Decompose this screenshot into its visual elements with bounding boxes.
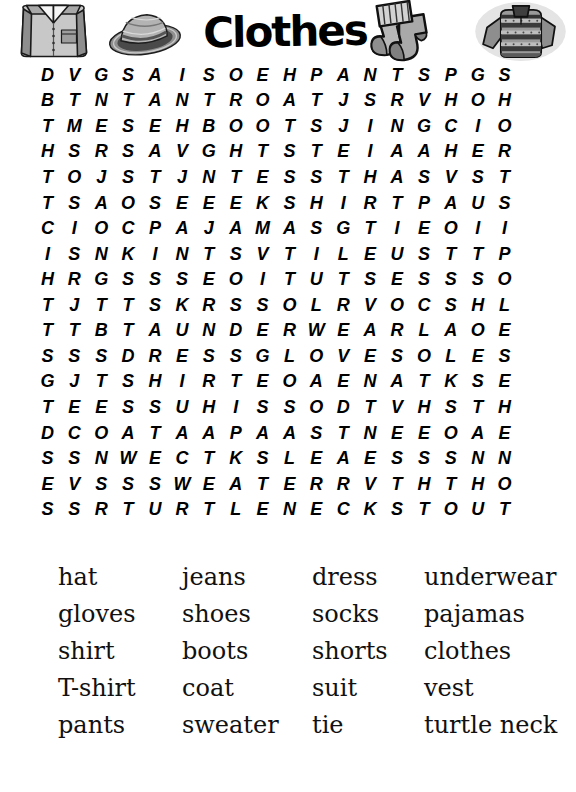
grid-cell[interactable]: E xyxy=(464,139,491,165)
grid-cell[interactable]: T xyxy=(115,88,142,114)
grid-cell[interactable]: S xyxy=(115,62,142,88)
grid-cell[interactable]: E xyxy=(357,445,384,471)
grid-cell[interactable]: S xyxy=(61,190,88,216)
grid-cell[interactable]: A xyxy=(195,420,222,446)
grid-cell[interactable]: L xyxy=(222,496,249,522)
grid-cell[interactable]: A xyxy=(276,215,303,241)
grid-cell[interactable]: T xyxy=(303,139,330,165)
grid-cell[interactable]: S xyxy=(142,292,169,318)
word-list-item[interactable]: coat xyxy=(182,669,279,706)
grid-cell[interactable]: E xyxy=(249,369,276,395)
grid-cell[interactable]: C xyxy=(34,215,61,241)
grid-cell[interactable]: S xyxy=(61,241,88,267)
grid-cell[interactable]: H xyxy=(168,113,195,139)
grid-cell[interactable]: D xyxy=(34,62,61,88)
grid-cell[interactable]: S xyxy=(464,369,491,395)
grid-cell[interactable]: S xyxy=(410,62,437,88)
grid-cell[interactable]: A xyxy=(410,139,437,165)
grid-cell[interactable]: H xyxy=(303,190,330,216)
grid-cell[interactable]: N xyxy=(88,88,115,114)
grid-cell[interactable]: S xyxy=(491,62,518,88)
grid-cell[interactable]: E xyxy=(88,113,115,139)
grid-cell[interactable]: N xyxy=(168,88,195,114)
grid-cell[interactable]: I xyxy=(357,139,384,165)
grid-cell[interactable]: T xyxy=(384,190,411,216)
grid-cell[interactable]: S xyxy=(195,343,222,369)
grid-cell[interactable]: T xyxy=(464,241,491,267)
grid-cell[interactable]: E xyxy=(357,343,384,369)
grid-cell[interactable]: S xyxy=(222,241,249,267)
grid-cell[interactable]: V xyxy=(437,164,464,190)
grid-cell[interactable]: S xyxy=(303,164,330,190)
grid-cell[interactable]: O xyxy=(222,113,249,139)
grid-cell[interactable]: O xyxy=(88,215,115,241)
grid-cell[interactable]: S xyxy=(303,420,330,446)
grid-cell[interactable]: I xyxy=(330,190,357,216)
grid-cell[interactable]: T xyxy=(195,241,222,267)
grid-cell[interactable]: T xyxy=(115,292,142,318)
grid-cell[interactable]: O xyxy=(222,62,249,88)
grid-cell[interactable]: G xyxy=(330,215,357,241)
grid-cell[interactable]: T xyxy=(34,394,61,420)
grid-cell[interactable]: N xyxy=(357,420,384,446)
grid-cell[interactable]: A xyxy=(464,420,491,446)
grid-cell[interactable]: E xyxy=(410,420,437,446)
grid-cell[interactable]: G xyxy=(410,113,437,139)
grid-cell[interactable]: O xyxy=(437,496,464,522)
grid-cell[interactable]: A xyxy=(249,420,276,446)
grid-cell[interactable]: J xyxy=(88,164,115,190)
grid-cell[interactable]: T xyxy=(357,394,384,420)
grid-cell[interactable]: R xyxy=(491,139,518,165)
grid-cell[interactable]: O xyxy=(464,88,491,114)
grid-cell[interactable]: I xyxy=(168,369,195,395)
grid-cell[interactable]: H xyxy=(491,88,518,114)
grid-cell[interactable]: H xyxy=(410,394,437,420)
grid-cell[interactable]: R xyxy=(88,496,115,522)
grid-cell[interactable]: T xyxy=(410,369,437,395)
grid-cell[interactable]: U xyxy=(168,318,195,344)
grid-cell[interactable]: U xyxy=(142,496,169,522)
grid-cell[interactable]: T xyxy=(195,496,222,522)
grid-cell[interactable]: B xyxy=(195,113,222,139)
grid-cell[interactable]: B xyxy=(88,318,115,344)
grid-cell[interactable]: H xyxy=(195,394,222,420)
grid-cell[interactable]: S xyxy=(491,343,518,369)
grid-cell[interactable]: C xyxy=(330,496,357,522)
grid-cell[interactable]: T xyxy=(115,318,142,344)
grid-cell[interactable]: A xyxy=(437,190,464,216)
grid-cell[interactable]: T xyxy=(195,88,222,114)
grid-cell[interactable]: R xyxy=(330,292,357,318)
word-list-item[interactable]: boots xyxy=(182,632,279,669)
grid-cell[interactable]: T xyxy=(384,471,411,497)
grid-cell[interactable]: S xyxy=(491,190,518,216)
grid-cell[interactable]: S xyxy=(115,113,142,139)
grid-cell[interactable]: H xyxy=(437,139,464,165)
word-list-item[interactable]: dress xyxy=(312,558,388,595)
grid-cell[interactable]: R xyxy=(195,292,222,318)
grid-cell[interactable]: S xyxy=(222,343,249,369)
grid-cell[interactable]: O xyxy=(491,113,518,139)
grid-cell[interactable]: T xyxy=(34,164,61,190)
grid-cell[interactable]: A xyxy=(384,369,411,395)
grid-cell[interactable]: O xyxy=(491,266,518,292)
grid-cell[interactable]: R xyxy=(142,343,169,369)
grid-cell[interactable]: S xyxy=(34,496,61,522)
grid-cell[interactable]: A xyxy=(222,215,249,241)
grid-cell[interactable]: O xyxy=(491,471,518,497)
grid-cell[interactable]: N xyxy=(464,445,491,471)
grid-cell[interactable]: T xyxy=(276,266,303,292)
grid-cell[interactable]: S xyxy=(357,266,384,292)
grid-cell[interactable]: I xyxy=(142,241,169,267)
grid-cell[interactable]: S xyxy=(61,343,88,369)
grid-cell[interactable]: A xyxy=(222,471,249,497)
grid-cell[interactable]: P xyxy=(303,62,330,88)
grid-cell[interactable]: T xyxy=(34,292,61,318)
grid-cell[interactable]: R xyxy=(222,88,249,114)
grid-cell[interactable]: S xyxy=(115,471,142,497)
grid-cell[interactable]: G xyxy=(249,343,276,369)
word-list-item[interactable]: sweater xyxy=(182,706,279,743)
grid-cell[interactable]: U xyxy=(168,394,195,420)
word-list-item[interactable]: tie xyxy=(312,706,388,743)
grid-cell[interactable]: J xyxy=(61,369,88,395)
grid-cell[interactable]: E xyxy=(195,266,222,292)
grid-cell[interactable]: S xyxy=(276,190,303,216)
grid-cell[interactable]: H xyxy=(464,471,491,497)
grid-cell[interactable]: E xyxy=(249,62,276,88)
grid-cell[interactable]: H xyxy=(410,471,437,497)
grid-cell[interactable]: T xyxy=(34,190,61,216)
grid-cell[interactable]: A xyxy=(115,420,142,446)
grid-cell[interactable]: I xyxy=(61,215,88,241)
grid-cell[interactable]: V xyxy=(410,88,437,114)
grid-cell[interactable]: E xyxy=(491,369,518,395)
word-list-item[interactable]: hat xyxy=(58,558,136,595)
grid-cell[interactable]: T xyxy=(491,496,518,522)
grid-cell[interactable]: R xyxy=(88,139,115,165)
grid-cell[interactable]: G xyxy=(88,62,115,88)
grid-cell[interactable]: S xyxy=(195,62,222,88)
grid-cell[interactable]: H xyxy=(437,88,464,114)
grid-cell[interactable]: N xyxy=(491,445,518,471)
grid-cell[interactable]: N xyxy=(384,113,411,139)
grid-cell[interactable]: A xyxy=(384,164,411,190)
grid-cell[interactable]: E xyxy=(142,445,169,471)
grid-cell[interactable]: S xyxy=(437,445,464,471)
grid-cell[interactable]: C xyxy=(61,420,88,446)
grid-cell[interactable]: E xyxy=(303,496,330,522)
grid-cell[interactable]: S xyxy=(88,343,115,369)
grid-cell[interactable]: O xyxy=(464,318,491,344)
grid-cell[interactable]: R xyxy=(330,471,357,497)
grid-cell[interactable]: S xyxy=(276,394,303,420)
grid-cell[interactable]: T xyxy=(464,394,491,420)
grid-cell[interactable]: N xyxy=(195,164,222,190)
grid-cell[interactable]: T xyxy=(384,62,411,88)
grid-cell[interactable]: A xyxy=(276,420,303,446)
grid-cell[interactable]: V xyxy=(168,139,195,165)
grid-cell[interactable]: N xyxy=(88,445,115,471)
grid-cell[interactable]: E xyxy=(34,471,61,497)
grid-cell[interactable]: A xyxy=(276,88,303,114)
grid-cell[interactable]: R xyxy=(384,318,411,344)
grid-cell[interactable]: O xyxy=(437,420,464,446)
grid-cell[interactable]: T xyxy=(276,113,303,139)
grid-cell[interactable]: B xyxy=(34,88,61,114)
grid-cell[interactable]: G xyxy=(88,266,115,292)
grid-cell[interactable]: S xyxy=(303,215,330,241)
grid-cell[interactable]: P xyxy=(142,215,169,241)
grid-cell[interactable]: O xyxy=(88,420,115,446)
grid-cell[interactable]: J xyxy=(330,113,357,139)
grid-cell[interactable]: P xyxy=(437,62,464,88)
grid-cell[interactable]: N xyxy=(357,369,384,395)
grid-cell[interactable]: D xyxy=(222,318,249,344)
grid-cell[interactable]: D xyxy=(330,394,357,420)
grid-cell[interactable]: N xyxy=(276,496,303,522)
grid-cell[interactable]: N xyxy=(195,318,222,344)
grid-cell[interactable]: M xyxy=(61,113,88,139)
grid-cell[interactable]: C xyxy=(410,292,437,318)
grid-cell[interactable]: E xyxy=(491,420,518,446)
grid-cell[interactable]: T xyxy=(222,164,249,190)
grid-cell[interactable]: S xyxy=(115,164,142,190)
grid-cell[interactable]: S xyxy=(410,164,437,190)
grid-cell[interactable]: E xyxy=(384,266,411,292)
grid-cell[interactable]: S xyxy=(410,266,437,292)
grid-cell[interactable]: S xyxy=(276,164,303,190)
grid-cell[interactable]: S xyxy=(303,113,330,139)
grid-cell[interactable]: N xyxy=(357,62,384,88)
grid-cell[interactable]: A xyxy=(303,369,330,395)
grid-cell[interactable]: T xyxy=(357,215,384,241)
word-list-item[interactable]: shoes xyxy=(182,595,279,632)
grid-cell[interactable]: A xyxy=(357,318,384,344)
grid-cell[interactable]: V xyxy=(357,471,384,497)
grid-cell[interactable]: L xyxy=(437,343,464,369)
grid-cell[interactable]: R xyxy=(303,471,330,497)
grid-cell[interactable]: W xyxy=(303,318,330,344)
grid-cell[interactable]: V xyxy=(249,241,276,267)
grid-cell[interactable]: U xyxy=(464,496,491,522)
grid-cell[interactable]: S xyxy=(249,292,276,318)
grid-cell[interactable]: T xyxy=(491,164,518,190)
word-list-item[interactable]: T-shirt xyxy=(58,669,136,706)
grid-cell[interactable]: T xyxy=(330,420,357,446)
grid-cell[interactable]: O xyxy=(384,292,411,318)
grid-cell[interactable]: L xyxy=(491,292,518,318)
grid-cell[interactable]: E xyxy=(384,420,411,446)
grid-cell[interactable]: T xyxy=(195,445,222,471)
grid-cell[interactable]: S xyxy=(437,394,464,420)
grid-cell[interactable]: A xyxy=(168,215,195,241)
word-list-item[interactable]: suit xyxy=(312,669,388,706)
grid-cell[interactable]: S xyxy=(437,266,464,292)
grid-cell[interactable]: S xyxy=(34,445,61,471)
word-list-item[interactable]: underwear xyxy=(424,558,557,595)
grid-cell[interactable]: E xyxy=(276,471,303,497)
word-list-item[interactable]: jeans xyxy=(182,558,279,595)
grid-cell[interactable]: T xyxy=(61,318,88,344)
grid-cell[interactable]: E xyxy=(249,164,276,190)
grid-cell[interactable]: V xyxy=(61,471,88,497)
grid-cell[interactable]: P xyxy=(222,420,249,446)
grid-cell[interactable]: H xyxy=(464,292,491,318)
grid-cell[interactable]: S xyxy=(222,292,249,318)
grid-cell[interactable]: H xyxy=(34,266,61,292)
word-list-item[interactable]: shorts xyxy=(312,632,388,669)
grid-cell[interactable]: S xyxy=(61,139,88,165)
grid-cell[interactable]: E xyxy=(168,190,195,216)
grid-cell[interactable]: S xyxy=(61,445,88,471)
grid-cell[interactable]: T xyxy=(88,369,115,395)
grid-cell[interactable]: J xyxy=(330,88,357,114)
grid-cell[interactable]: T xyxy=(330,164,357,190)
grid-cell[interactable]: S xyxy=(34,343,61,369)
grid-cell[interactable]: T xyxy=(276,241,303,267)
grid-cell[interactable]: E xyxy=(249,318,276,344)
grid-cell[interactable]: A xyxy=(142,88,169,114)
grid-cell[interactable]: T xyxy=(437,241,464,267)
grid-cell[interactable]: S xyxy=(168,266,195,292)
grid-cell[interactable]: K xyxy=(222,445,249,471)
grid-cell[interactable]: S xyxy=(115,369,142,395)
grid-cell[interactable]: K xyxy=(357,496,384,522)
grid-cell[interactable]: R xyxy=(195,369,222,395)
grid-cell[interactable]: T xyxy=(249,471,276,497)
grid-cell[interactable]: S xyxy=(88,471,115,497)
grid-cell[interactable]: O xyxy=(410,343,437,369)
grid-cell[interactable]: E xyxy=(195,190,222,216)
grid-cell[interactable]: K xyxy=(437,369,464,395)
grid-cell[interactable]: S xyxy=(464,164,491,190)
grid-cell[interactable]: O xyxy=(61,164,88,190)
grid-cell[interactable]: C xyxy=(115,215,142,241)
word-list-item[interactable]: pajamas xyxy=(424,595,557,632)
grid-cell[interactable]: H xyxy=(222,139,249,165)
grid-cell[interactable]: I xyxy=(357,113,384,139)
grid-cell[interactable]: U xyxy=(384,241,411,267)
grid-cell[interactable]: I xyxy=(491,215,518,241)
grid-cell[interactable]: S xyxy=(384,496,411,522)
grid-cell[interactable]: T xyxy=(61,88,88,114)
grid-cell[interactable]: S xyxy=(142,394,169,420)
grid-cell[interactable]: V xyxy=(357,292,384,318)
grid-cell[interactable]: S xyxy=(357,88,384,114)
grid-cell[interactable]: H xyxy=(34,139,61,165)
grid-cell[interactable]: R xyxy=(61,266,88,292)
grid-cell[interactable]: E xyxy=(61,394,88,420)
grid-cell[interactable]: A xyxy=(142,318,169,344)
grid-cell[interactable]: E xyxy=(168,343,195,369)
grid-cell[interactable]: N xyxy=(168,241,195,267)
grid-cell[interactable]: R xyxy=(384,88,411,114)
grid-cell[interactable]: E xyxy=(195,471,222,497)
grid-cell[interactable]: O xyxy=(437,215,464,241)
grid-cell[interactable]: T xyxy=(34,113,61,139)
grid-cell[interactable]: R xyxy=(357,190,384,216)
grid-cell[interactable]: U xyxy=(464,190,491,216)
grid-cell[interactable]: E xyxy=(330,318,357,344)
grid-cell[interactable]: S xyxy=(115,139,142,165)
grid-cell[interactable]: O xyxy=(276,369,303,395)
grid-cell[interactable]: P xyxy=(491,241,518,267)
grid-cell[interactable]: S xyxy=(249,394,276,420)
word-list-item[interactable]: clothes xyxy=(424,632,557,669)
grid-cell[interactable]: S xyxy=(276,139,303,165)
grid-cell[interactable]: K xyxy=(115,241,142,267)
grid-cell[interactable]: I xyxy=(34,241,61,267)
grid-cell[interactable]: G xyxy=(464,62,491,88)
grid-cell[interactable]: R xyxy=(276,318,303,344)
grid-cell[interactable]: L xyxy=(410,318,437,344)
word-list-item[interactable]: pants xyxy=(58,706,136,743)
word-list-item[interactable]: gloves xyxy=(58,595,136,632)
grid-cell[interactable]: I xyxy=(222,394,249,420)
grid-cell[interactable]: A xyxy=(142,139,169,165)
grid-cell[interactable]: A xyxy=(330,445,357,471)
grid-cell[interactable]: T xyxy=(303,88,330,114)
grid-cell[interactable]: S xyxy=(142,266,169,292)
grid-cell[interactable]: L xyxy=(303,292,330,318)
grid-cell[interactable]: T xyxy=(142,420,169,446)
grid-cell[interactable]: R xyxy=(168,496,195,522)
grid-cell[interactable]: S xyxy=(142,471,169,497)
grid-cell[interactable]: O xyxy=(115,190,142,216)
grid-cell[interactable]: S xyxy=(61,496,88,522)
grid-cell[interactable]: A xyxy=(437,318,464,344)
grid-cell[interactable]: C xyxy=(168,445,195,471)
grid-cell[interactable]: E xyxy=(357,241,384,267)
grid-cell[interactable]: E xyxy=(410,215,437,241)
grid-cell[interactable]: O xyxy=(303,394,330,420)
grid-cell[interactable]: J xyxy=(195,215,222,241)
grid-cell[interactable]: K xyxy=(168,292,195,318)
grid-cell[interactable]: S xyxy=(464,266,491,292)
grid-cell[interactable]: E xyxy=(249,496,276,522)
grid-cell[interactable]: S xyxy=(437,292,464,318)
grid-cell[interactable]: E xyxy=(222,190,249,216)
grid-cell[interactable]: T xyxy=(115,496,142,522)
grid-cell[interactable]: D xyxy=(34,420,61,446)
grid-cell[interactable]: G xyxy=(34,369,61,395)
grid-cell[interactable]: O xyxy=(222,266,249,292)
grid-cell[interactable]: S xyxy=(410,241,437,267)
grid-cell[interactable]: T xyxy=(249,139,276,165)
grid-cell[interactable]: K xyxy=(249,190,276,216)
grid-cell[interactable]: S xyxy=(142,190,169,216)
grid-cell[interactable]: O xyxy=(249,88,276,114)
grid-cell[interactable]: J xyxy=(168,164,195,190)
grid-cell[interactable]: E xyxy=(491,318,518,344)
grid-cell[interactable]: L xyxy=(276,445,303,471)
grid-cell[interactable]: E xyxy=(142,113,169,139)
grid-cell[interactable]: A xyxy=(168,420,195,446)
word-list-item[interactable]: turtle neck xyxy=(424,706,557,743)
grid-cell[interactable]: L xyxy=(276,343,303,369)
word-list-item[interactable]: socks xyxy=(312,595,388,632)
grid-cell[interactable]: W xyxy=(115,445,142,471)
grid-cell[interactable]: T xyxy=(34,318,61,344)
grid-cell[interactable]: E xyxy=(88,394,115,420)
grid-cell[interactable]: T xyxy=(142,164,169,190)
grid-cell[interactable]: V xyxy=(330,343,357,369)
grid-cell[interactable]: I xyxy=(249,266,276,292)
grid-cell[interactable]: E xyxy=(330,139,357,165)
